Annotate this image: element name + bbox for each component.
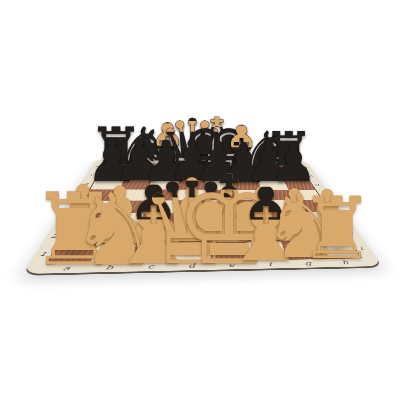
chessboard-photo: abcdefgh abcdefgh 87654321 87654321 ♜♞♝♝… [0, 0, 400, 400]
piece-white-rook-h1[interactable]: ♜ [299, 186, 375, 271]
